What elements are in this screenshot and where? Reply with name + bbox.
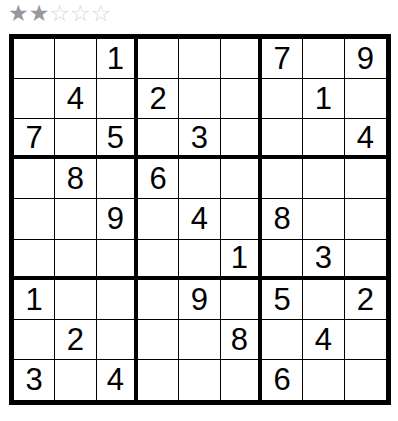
cell-r8c5[interactable]: [179, 320, 220, 360]
cell-r6c1[interactable]: [14, 240, 55, 280]
cell-r9c9[interactable]: [345, 360, 386, 400]
cell-r1c4[interactable]: [138, 39, 179, 79]
star-empty-icon: ☆: [91, 0, 112, 26]
cell-r4c4: 6: [138, 159, 179, 199]
cell-r7c6[interactable]: [221, 280, 262, 320]
cell-r4c1[interactable]: [14, 159, 55, 199]
cell-r9c1: 3: [14, 360, 55, 400]
cell-r5c3: 9: [97, 199, 138, 239]
cell-r5c8[interactable]: [303, 199, 344, 239]
cell-r8c3[interactable]: [97, 320, 138, 360]
star-empty-icon: ☆: [49, 0, 70, 26]
cell-r1c8[interactable]: [303, 39, 344, 79]
cell-r5c6[interactable]: [221, 199, 262, 239]
cell-r3c1: 7: [14, 119, 55, 159]
cell-r3c7[interactable]: [262, 119, 303, 159]
cell-r6c7[interactable]: [262, 240, 303, 280]
cell-r6c3[interactable]: [97, 240, 138, 280]
star-empty-icon: ☆: [70, 0, 91, 26]
cell-r7c9: 2: [345, 280, 386, 320]
cell-r8c1[interactable]: [14, 320, 55, 360]
cell-r3c9: 4: [345, 119, 386, 159]
cell-r1c1[interactable]: [14, 39, 55, 79]
cell-r5c2[interactable]: [55, 199, 96, 239]
cell-r1c7: 7: [262, 39, 303, 79]
cell-r1c2[interactable]: [55, 39, 96, 79]
cell-r2c4: 2: [138, 79, 179, 119]
cell-r9c2[interactable]: [55, 360, 96, 400]
cell-r2c8: 1: [303, 79, 344, 119]
cell-r5c7: 8: [262, 199, 303, 239]
cell-r3c8[interactable]: [303, 119, 344, 159]
cell-r6c5[interactable]: [179, 240, 220, 280]
cell-r3c5: 3: [179, 119, 220, 159]
cell-r7c7: 5: [262, 280, 303, 320]
cell-r1c3: 1: [97, 39, 138, 79]
cell-r5c1[interactable]: [14, 199, 55, 239]
cell-r9c6[interactable]: [221, 360, 262, 400]
cell-r8c7[interactable]: [262, 320, 303, 360]
cell-r4c8[interactable]: [303, 159, 344, 199]
cell-r2c9[interactable]: [345, 79, 386, 119]
star-filled-icon: ★: [8, 0, 29, 26]
cell-r7c8[interactable]: [303, 280, 344, 320]
cell-r9c3: 4: [97, 360, 138, 400]
star-filled-icon: ★: [29, 0, 50, 26]
cell-r6c6: 1: [221, 240, 262, 280]
cell-r1c6[interactable]: [221, 39, 262, 79]
cell-r4c2: 8: [55, 159, 96, 199]
cell-r8c9[interactable]: [345, 320, 386, 360]
cell-r1c5[interactable]: [179, 39, 220, 79]
cell-r9c8[interactable]: [303, 360, 344, 400]
cell-r4c3[interactable]: [97, 159, 138, 199]
cell-r5c4[interactable]: [138, 199, 179, 239]
cell-r6c9[interactable]: [345, 240, 386, 280]
difficulty-stars: ★★☆☆☆: [8, 0, 111, 26]
cell-r6c8: 3: [303, 240, 344, 280]
cell-r3c2[interactable]: [55, 119, 96, 159]
cell-r3c6[interactable]: [221, 119, 262, 159]
cell-r8c8: 4: [303, 320, 344, 360]
cell-r2c6[interactable]: [221, 79, 262, 119]
cell-r7c1: 1: [14, 280, 55, 320]
cell-r4c6[interactable]: [221, 159, 262, 199]
cell-r2c5[interactable]: [179, 79, 220, 119]
cell-r8c4[interactable]: [138, 320, 179, 360]
cell-r7c2[interactable]: [55, 280, 96, 320]
cell-r5c9[interactable]: [345, 199, 386, 239]
cell-r2c1[interactable]: [14, 79, 55, 119]
cell-r2c7[interactable]: [262, 79, 303, 119]
sudoku-board: 179421753486948131952284346: [9, 34, 391, 405]
cell-r6c4[interactable]: [138, 240, 179, 280]
cell-r1c9: 9: [345, 39, 386, 79]
cell-r8c6: 8: [221, 320, 262, 360]
cell-r3c4[interactable]: [138, 119, 179, 159]
cell-r2c2: 4: [55, 79, 96, 119]
cell-r7c3[interactable]: [97, 280, 138, 320]
cell-r7c5: 9: [179, 280, 220, 320]
cell-r4c9[interactable]: [345, 159, 386, 199]
cell-r2c3[interactable]: [97, 79, 138, 119]
cell-r7c4[interactable]: [138, 280, 179, 320]
cell-r8c2: 2: [55, 320, 96, 360]
cell-r6c2[interactable]: [55, 240, 96, 280]
cell-r5c5: 4: [179, 199, 220, 239]
cell-r9c4[interactable]: [138, 360, 179, 400]
cell-r3c3: 5: [97, 119, 138, 159]
cell-r9c5[interactable]: [179, 360, 220, 400]
cell-r9c7: 6: [262, 360, 303, 400]
cell-r4c7[interactable]: [262, 159, 303, 199]
cell-r4c5[interactable]: [179, 159, 220, 199]
